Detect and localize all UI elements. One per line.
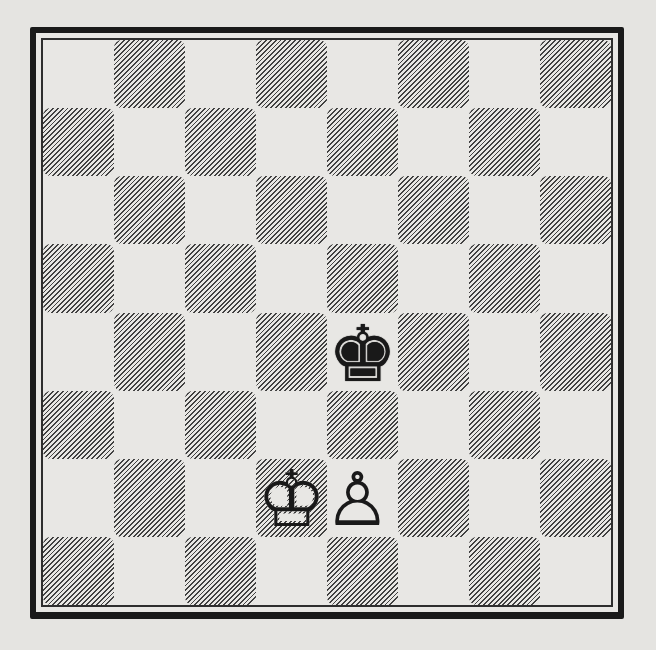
square-c8 (185, 40, 256, 108)
square-g8 (469, 40, 540, 108)
square-b7 (114, 108, 185, 176)
square-f8 (398, 40, 469, 108)
square-d8 (256, 40, 327, 108)
square-g2 (469, 459, 540, 537)
square-e5 (327, 244, 398, 312)
book-page: ♚♚♔♟♙ (0, 0, 656, 650)
square-c6 (185, 176, 256, 244)
square-c1 (185, 537, 256, 605)
square-d5 (256, 244, 327, 312)
black-king-glyph: ♚ (328, 309, 398, 399)
square-c3 (185, 391, 256, 459)
square-h4 (540, 313, 611, 391)
square-h5 (540, 244, 611, 312)
square-e7 (327, 108, 398, 176)
square-a5 (43, 244, 114, 312)
square-g4 (469, 313, 540, 391)
white-pawn-glyph: ♙ (324, 456, 390, 542)
black-king: ♚ (328, 315, 398, 393)
square-f4 (398, 313, 469, 391)
square-e6 (327, 176, 398, 244)
square-a3 (43, 391, 114, 459)
square-a8 (43, 40, 114, 108)
board-grid: ♚♚♔♟♙ (43, 40, 611, 605)
square-c7 (185, 108, 256, 176)
square-h1 (540, 537, 611, 605)
square-b8 (114, 40, 185, 108)
square-h3 (540, 391, 611, 459)
square-f2 (398, 459, 469, 537)
square-a6 (43, 176, 114, 244)
square-g7 (469, 108, 540, 176)
square-f7 (398, 108, 469, 176)
square-c5 (185, 244, 256, 312)
square-b6 (114, 176, 185, 244)
square-d7 (256, 108, 327, 176)
square-d6 (256, 176, 327, 244)
square-b4 (114, 313, 185, 391)
square-f3 (398, 391, 469, 459)
square-e2: ♟♙ (327, 459, 398, 537)
square-g5 (469, 244, 540, 312)
white-king-glyph: ♔ (257, 454, 327, 544)
square-h2 (540, 459, 611, 537)
square-g3 (469, 391, 540, 459)
square-e8 (327, 40, 398, 108)
square-b2 (114, 459, 185, 537)
square-e1 (327, 537, 398, 605)
square-g1 (469, 537, 540, 605)
square-f6 (398, 176, 469, 244)
square-f5 (398, 244, 469, 312)
square-e4: ♚ (327, 313, 398, 391)
square-b1 (114, 537, 185, 605)
white-king: ♚♔ (257, 460, 327, 538)
square-a7 (43, 108, 114, 176)
square-b3 (114, 391, 185, 459)
white-pawn: ♟♙ (324, 462, 390, 536)
square-f1 (398, 537, 469, 605)
square-d3 (256, 391, 327, 459)
square-d1 (256, 537, 327, 605)
square-a4 (43, 313, 114, 391)
square-d4 (256, 313, 327, 391)
square-a2 (43, 459, 114, 537)
square-c2 (185, 459, 256, 537)
square-e3 (327, 391, 398, 459)
square-h6 (540, 176, 611, 244)
square-h8 (540, 40, 611, 108)
board-inner-rule: ♚♚♔♟♙ (41, 38, 613, 607)
square-g6 (469, 176, 540, 244)
square-d2: ♚♔ (256, 459, 327, 537)
square-a1 (43, 537, 114, 605)
square-c4 (185, 313, 256, 391)
square-h7 (540, 108, 611, 176)
chess-board: ♚♚♔♟♙ (30, 27, 624, 619)
square-b5 (114, 244, 185, 312)
